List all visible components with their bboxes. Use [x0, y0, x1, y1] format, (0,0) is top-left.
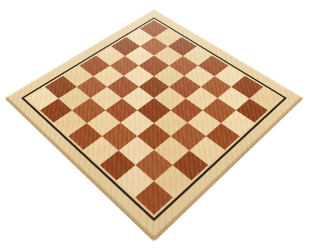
- board-frame-line: [21, 17, 287, 221]
- chess-board: [4, 9, 304, 242]
- product-photo: [0, 0, 313, 250]
- playing-field: [27, 20, 282, 215]
